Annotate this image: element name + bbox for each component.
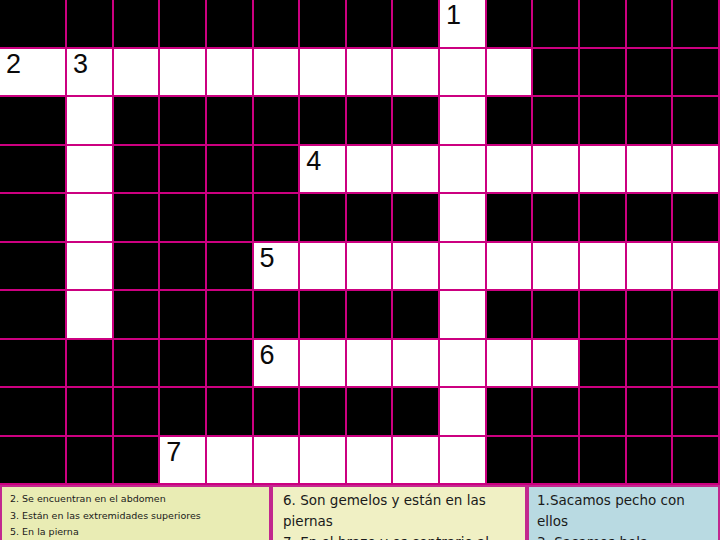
black-cell — [487, 0, 534, 49]
white-cell[interactable] — [533, 146, 580, 195]
black-cell — [114, 194, 161, 243]
black-cell — [160, 97, 207, 146]
black-cell — [254, 388, 301, 437]
white-cell[interactable] — [440, 291, 487, 340]
black-cell — [254, 291, 301, 340]
white-cell[interactable] — [627, 146, 674, 195]
black-cell — [0, 97, 67, 146]
black-cell — [67, 0, 114, 49]
black-cell — [160, 194, 207, 243]
white-cell[interactable] — [300, 437, 347, 486]
white-cell[interactable] — [487, 243, 534, 292]
white-cell[interactable] — [487, 340, 534, 389]
black-cell — [580, 291, 627, 340]
white-cell[interactable]: 6 — [254, 340, 301, 389]
black-cell — [207, 340, 254, 389]
white-cell[interactable] — [67, 97, 114, 146]
white-cell[interactable] — [300, 49, 347, 98]
black-cell — [627, 97, 674, 146]
black-cell — [0, 146, 67, 195]
white-cell[interactable] — [207, 49, 254, 98]
white-cell[interactable] — [487, 146, 534, 195]
black-cell — [114, 340, 161, 389]
black-cell — [673, 194, 720, 243]
white-cell[interactable] — [347, 49, 394, 98]
black-cell — [207, 388, 254, 437]
white-cell[interactable] — [347, 437, 394, 486]
white-cell[interactable] — [67, 146, 114, 195]
clue-line: 1.Sacamos pecho con ellos — [537, 490, 718, 532]
black-cell — [207, 194, 254, 243]
white-cell[interactable] — [393, 243, 440, 292]
white-cell[interactable] — [393, 146, 440, 195]
black-cell — [627, 194, 674, 243]
black-cell — [393, 388, 440, 437]
black-cell — [160, 243, 207, 292]
black-cell — [207, 291, 254, 340]
black-cell — [114, 0, 161, 49]
black-cell — [0, 243, 67, 292]
white-cell[interactable]: 3 — [67, 49, 114, 98]
black-cell — [0, 340, 67, 389]
black-cell — [487, 97, 534, 146]
black-cell — [487, 437, 534, 486]
black-cell — [114, 97, 161, 146]
black-cell — [114, 146, 161, 195]
clue-box-left: 2. Se encuentran en el abdomen 3. Están … — [0, 485, 271, 540]
black-cell — [580, 97, 627, 146]
black-cell — [114, 437, 161, 486]
clue-box-right: 1.Sacamos pecho con ellos 3. Sacamos bol… — [527, 485, 720, 540]
white-cell[interactable] — [67, 194, 114, 243]
white-cell[interactable] — [673, 243, 720, 292]
white-cell[interactable] — [440, 194, 487, 243]
black-cell — [0, 194, 67, 243]
black-cell — [0, 388, 67, 437]
white-cell[interactable] — [440, 146, 487, 195]
black-cell — [254, 0, 301, 49]
black-cell — [580, 194, 627, 243]
clue-number: 7 — [166, 438, 181, 466]
clue-line: 3. Están en las extremidades superiores — [10, 508, 269, 525]
black-cell — [207, 146, 254, 195]
clue-number: 2 — [6, 50, 21, 78]
black-cell — [347, 194, 394, 243]
clue-box-middle: 6. Son gemelos y están en las piernas 7.… — [271, 485, 527, 540]
black-cell — [114, 388, 161, 437]
black-cell — [67, 388, 114, 437]
black-cell — [533, 49, 580, 98]
black-cell — [673, 0, 720, 49]
white-cell[interactable] — [67, 243, 114, 292]
black-cell — [627, 0, 674, 49]
black-cell — [0, 437, 67, 486]
black-cell — [673, 437, 720, 486]
black-cell — [347, 291, 394, 340]
white-cell[interactable] — [393, 340, 440, 389]
black-cell — [393, 0, 440, 49]
black-cell — [160, 340, 207, 389]
clue-panels: 2. Se encuentran en el abdomen 3. Están … — [0, 485, 720, 540]
black-cell — [533, 194, 580, 243]
white-cell[interactable] — [440, 243, 487, 292]
white-cell[interactable]: 2 — [0, 49, 67, 98]
black-cell — [347, 97, 394, 146]
white-cell[interactable] — [440, 340, 487, 389]
black-cell — [67, 340, 114, 389]
white-cell[interactable] — [627, 243, 674, 292]
black-cell — [160, 388, 207, 437]
black-cell — [300, 388, 347, 437]
black-cell — [627, 437, 674, 486]
black-cell — [347, 388, 394, 437]
black-cell — [0, 0, 67, 49]
clue-line: 6. Son gemelos y están en las piernas — [283, 490, 525, 532]
white-cell[interactable] — [207, 437, 254, 486]
black-cell — [67, 437, 114, 486]
black-cell — [533, 291, 580, 340]
black-cell — [533, 97, 580, 146]
clue-line: 3. Sacamos bola — [537, 532, 718, 540]
clue-number: 5 — [260, 244, 275, 272]
black-cell — [487, 388, 534, 437]
crossword-board: 1234567 — [0, 0, 720, 485]
black-cell — [393, 97, 440, 146]
black-cell — [207, 0, 254, 49]
clue-line: 5. En la pierna — [10, 524, 269, 540]
black-cell — [254, 194, 301, 243]
black-cell — [0, 291, 67, 340]
white-cell[interactable] — [114, 49, 161, 98]
white-cell[interactable] — [440, 97, 487, 146]
black-cell — [254, 97, 301, 146]
black-cell — [300, 194, 347, 243]
black-cell — [347, 0, 394, 49]
white-cell[interactable]: 5 — [254, 243, 301, 292]
black-cell — [627, 49, 674, 98]
clue-line: 7. En el brazo y es contrario al biceps — [283, 532, 525, 540]
white-cell[interactable] — [487, 49, 534, 98]
white-cell[interactable] — [347, 243, 394, 292]
black-cell — [673, 340, 720, 389]
clue-line: 2. Se encuentran en el abdomen — [10, 491, 269, 508]
black-cell — [627, 340, 674, 389]
black-cell — [160, 146, 207, 195]
black-cell — [160, 0, 207, 49]
white-cell[interactable] — [580, 243, 627, 292]
black-cell — [114, 243, 161, 292]
black-cell — [673, 49, 720, 98]
black-cell — [487, 291, 534, 340]
white-cell[interactable] — [254, 49, 301, 98]
white-cell[interactable] — [67, 291, 114, 340]
black-cell — [580, 388, 627, 437]
white-cell[interactable] — [440, 437, 487, 486]
white-cell[interactable] — [580, 146, 627, 195]
slide: 1234567 2. Se encuentran en el abdomen 3… — [0, 0, 720, 540]
black-cell — [300, 97, 347, 146]
white-cell[interactable] — [347, 340, 394, 389]
black-cell — [580, 0, 627, 49]
black-cell — [627, 388, 674, 437]
white-cell[interactable] — [347, 146, 394, 195]
white-cell[interactable]: 1 — [440, 0, 487, 49]
black-cell — [673, 97, 720, 146]
black-cell — [533, 0, 580, 49]
white-cell[interactable] — [440, 49, 487, 98]
black-cell — [533, 388, 580, 437]
clue-number: 3 — [73, 50, 88, 78]
black-cell — [673, 388, 720, 437]
black-cell — [114, 291, 161, 340]
white-cell[interactable] — [300, 243, 347, 292]
white-cell[interactable] — [673, 146, 720, 195]
white-cell[interactable] — [533, 340, 580, 389]
black-cell — [160, 291, 207, 340]
black-cell — [393, 194, 440, 243]
white-cell[interactable] — [393, 437, 440, 486]
white-cell[interactable] — [254, 437, 301, 486]
black-cell — [300, 0, 347, 49]
black-cell — [393, 291, 440, 340]
clue-number: 6 — [260, 341, 275, 369]
black-cell — [673, 291, 720, 340]
white-cell[interactable] — [160, 49, 207, 98]
black-cell — [487, 194, 534, 243]
black-cell — [580, 437, 627, 486]
black-cell — [300, 291, 347, 340]
black-cell — [207, 97, 254, 146]
white-cell[interactable]: 4 — [300, 146, 347, 195]
clue-number: 1 — [446, 1, 461, 29]
black-cell — [207, 243, 254, 292]
black-cell — [580, 340, 627, 389]
clue-number: 4 — [306, 147, 321, 175]
white-cell[interactable] — [300, 340, 347, 389]
white-cell[interactable] — [440, 388, 487, 437]
black-cell — [627, 291, 674, 340]
black-cell — [533, 437, 580, 486]
black-cell — [580, 49, 627, 98]
white-cell[interactable] — [533, 243, 580, 292]
white-cell[interactable] — [393, 49, 440, 98]
black-cell — [254, 146, 301, 195]
white-cell[interactable]: 7 — [160, 437, 207, 486]
